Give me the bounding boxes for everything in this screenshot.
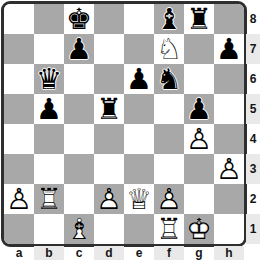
piece-black-knight[interactable]: ♞ bbox=[154, 64, 184, 94]
piece-white-pawn[interactable]: ♟♙ bbox=[214, 154, 244, 184]
square-c3[interactable] bbox=[64, 154, 94, 184]
square-a8[interactable] bbox=[4, 4, 34, 34]
black-pawn-icon: ♟ bbox=[64, 34, 94, 64]
square-h7[interactable]: ♟ bbox=[214, 34, 244, 64]
square-a1[interactable] bbox=[4, 214, 34, 244]
square-f2[interactable]: ♟♙ bbox=[154, 184, 184, 214]
square-h5[interactable] bbox=[214, 94, 244, 124]
piece-black-pawn[interactable]: ♟ bbox=[184, 94, 214, 124]
piece-white-queen[interactable]: ♛♕ bbox=[124, 184, 154, 214]
white-pawn-icon: ♙ bbox=[94, 184, 124, 214]
white-knight-icon: ♘ bbox=[154, 34, 184, 64]
square-b6[interactable]: ♛ bbox=[34, 64, 64, 94]
black-pawn-icon: ♟ bbox=[184, 94, 214, 124]
white-pawn-icon: ♙ bbox=[184, 124, 214, 154]
square-g2[interactable] bbox=[184, 184, 214, 214]
square-e3[interactable] bbox=[124, 154, 154, 184]
rank-label-4: 4 bbox=[246, 124, 260, 154]
square-g4[interactable]: ♟♙ bbox=[184, 124, 214, 154]
square-e7[interactable] bbox=[124, 34, 154, 64]
rank-labels: 87654321 bbox=[246, 4, 260, 244]
square-h6[interactable] bbox=[214, 64, 244, 94]
file-label-h: h bbox=[214, 246, 244, 260]
white-pawn-icon: ♙ bbox=[154, 184, 184, 214]
square-h4[interactable] bbox=[214, 124, 244, 154]
white-bishop-icon: ♗ bbox=[64, 214, 94, 244]
square-c8[interactable]: ♚ bbox=[64, 4, 94, 34]
file-label-g: g bbox=[184, 246, 214, 260]
file-label-d: d bbox=[94, 246, 124, 260]
black-king-icon: ♚ bbox=[64, 4, 94, 34]
square-h3[interactable]: ♟♙ bbox=[214, 154, 244, 184]
square-f4[interactable] bbox=[154, 124, 184, 154]
square-d1[interactable] bbox=[94, 214, 124, 244]
square-d2[interactable]: ♟♙ bbox=[94, 184, 124, 214]
square-f3[interactable] bbox=[154, 154, 184, 184]
piece-black-queen[interactable]: ♛ bbox=[34, 64, 64, 94]
rank-label-7: 7 bbox=[246, 34, 260, 64]
square-e4[interactable] bbox=[124, 124, 154, 154]
square-d8[interactable] bbox=[94, 4, 124, 34]
black-rook-icon: ♜ bbox=[94, 94, 124, 124]
piece-black-king[interactable]: ♚ bbox=[64, 4, 94, 34]
square-h2[interactable] bbox=[214, 184, 244, 214]
white-rook-icon: ♖ bbox=[34, 184, 64, 214]
black-rook-icon: ♜ bbox=[184, 4, 214, 34]
rank-label-3: 3 bbox=[246, 154, 260, 184]
chess-diagram: ♚♝♜♟♞♘♟♛♟♞♟♜♟♟♙♟♙♟♙♜♖♟♙♛♕♟♙♝♗♜♖♚♔ abcdef… bbox=[0, 0, 260, 260]
square-c2[interactable] bbox=[64, 184, 94, 214]
file-labels: abcdefgh bbox=[4, 246, 244, 260]
square-a4[interactable] bbox=[4, 124, 34, 154]
piece-black-bishop[interactable]: ♝ bbox=[154, 4, 184, 34]
file-label-c: c bbox=[64, 246, 94, 260]
square-g7[interactable] bbox=[184, 34, 214, 64]
piece-white-knight[interactable]: ♞♘ bbox=[154, 34, 184, 64]
square-f5[interactable] bbox=[154, 94, 184, 124]
square-e5[interactable] bbox=[124, 94, 154, 124]
square-f7[interactable]: ♞♘ bbox=[154, 34, 184, 64]
square-e1[interactable] bbox=[124, 214, 154, 244]
square-c4[interactable] bbox=[64, 124, 94, 154]
chess-board-frame: ♚♝♜♟♞♘♟♛♟♞♟♜♟♟♙♟♙♟♙♜♖♟♙♛♕♟♙♝♗♜♖♚♔ bbox=[1, 1, 247, 247]
black-queen-icon: ♛ bbox=[34, 64, 64, 94]
square-a6[interactable] bbox=[4, 64, 34, 94]
square-b8[interactable] bbox=[34, 4, 64, 34]
black-pawn-icon: ♟ bbox=[124, 64, 154, 94]
piece-white-bishop[interactable]: ♝♗ bbox=[64, 214, 94, 244]
piece-black-pawn[interactable]: ♟ bbox=[34, 94, 64, 124]
piece-black-rook[interactable]: ♜ bbox=[184, 4, 214, 34]
square-b7[interactable] bbox=[34, 34, 64, 64]
square-f1[interactable]: ♜♖ bbox=[154, 214, 184, 244]
file-label-e: e bbox=[124, 246, 154, 260]
square-e6[interactable]: ♟ bbox=[124, 64, 154, 94]
square-a5[interactable] bbox=[4, 94, 34, 124]
square-e8[interactable] bbox=[124, 4, 154, 34]
square-b5[interactable]: ♟ bbox=[34, 94, 64, 124]
file-label-a: a bbox=[4, 246, 34, 260]
square-d4[interactable] bbox=[94, 124, 124, 154]
square-a2[interactable]: ♟♙ bbox=[4, 184, 34, 214]
square-c7[interactable]: ♟ bbox=[64, 34, 94, 64]
square-f8[interactable]: ♝ bbox=[154, 4, 184, 34]
file-label-b: b bbox=[34, 246, 64, 260]
black-pawn-icon: ♟ bbox=[214, 34, 244, 64]
piece-white-pawn[interactable]: ♟♙ bbox=[184, 124, 214, 154]
piece-black-rook[interactable]: ♜ bbox=[94, 94, 124, 124]
piece-black-pawn[interactable]: ♟ bbox=[214, 34, 244, 64]
square-d6[interactable] bbox=[94, 64, 124, 94]
square-c5[interactable] bbox=[64, 94, 94, 124]
square-d5[interactable]: ♜ bbox=[94, 94, 124, 124]
rank-label-1: 1 bbox=[246, 214, 260, 244]
square-f6[interactable]: ♞ bbox=[154, 64, 184, 94]
square-g6[interactable] bbox=[184, 64, 214, 94]
square-a3[interactable] bbox=[4, 154, 34, 184]
rank-label-2: 2 bbox=[246, 184, 260, 214]
square-e2[interactable]: ♛♕ bbox=[124, 184, 154, 214]
file-label-f: f bbox=[154, 246, 184, 260]
square-b4[interactable] bbox=[34, 124, 64, 154]
white-queen-icon: ♕ bbox=[124, 184, 154, 214]
square-d3[interactable] bbox=[94, 154, 124, 184]
white-king-icon: ♔ bbox=[184, 214, 214, 244]
piece-white-pawn[interactable]: ♟♙ bbox=[4, 184, 34, 214]
piece-black-pawn[interactable]: ♟ bbox=[64, 34, 94, 64]
square-c6[interactable] bbox=[64, 64, 94, 94]
piece-white-pawn[interactable]: ♟♙ bbox=[94, 184, 124, 214]
piece-black-pawn[interactable]: ♟ bbox=[124, 64, 154, 94]
black-knight-icon: ♞ bbox=[154, 64, 184, 94]
square-g3[interactable] bbox=[184, 154, 214, 184]
white-rook-icon: ♖ bbox=[154, 214, 184, 244]
square-b2[interactable]: ♜♖ bbox=[34, 184, 64, 214]
square-b1[interactable] bbox=[34, 214, 64, 244]
piece-white-rook[interactable]: ♜♖ bbox=[34, 184, 64, 214]
square-g5[interactable]: ♟ bbox=[184, 94, 214, 124]
square-a7[interactable] bbox=[4, 34, 34, 64]
rank-label-5: 5 bbox=[246, 94, 260, 124]
black-bishop-icon: ♝ bbox=[154, 4, 184, 34]
piece-white-pawn[interactable]: ♟♙ bbox=[154, 184, 184, 214]
square-c1[interactable]: ♝♗ bbox=[64, 214, 94, 244]
chess-board: ♚♝♜♟♞♘♟♛♟♞♟♜♟♟♙♟♙♟♙♜♖♟♙♛♕♟♙♝♗♜♖♚♔ bbox=[4, 4, 244, 244]
square-d7[interactable] bbox=[94, 34, 124, 64]
square-h1[interactable] bbox=[214, 214, 244, 244]
square-b3[interactable] bbox=[34, 154, 64, 184]
rank-label-8: 8 bbox=[246, 4, 260, 34]
piece-white-king[interactable]: ♚♔ bbox=[184, 214, 214, 244]
piece-white-rook[interactable]: ♜♖ bbox=[154, 214, 184, 244]
square-h8[interactable] bbox=[214, 4, 244, 34]
square-g8[interactable]: ♜ bbox=[184, 4, 214, 34]
black-pawn-icon: ♟ bbox=[34, 94, 64, 124]
rank-label-6: 6 bbox=[246, 64, 260, 94]
white-pawn-icon: ♙ bbox=[214, 154, 244, 184]
square-g1[interactable]: ♚♔ bbox=[184, 214, 214, 244]
white-pawn-icon: ♙ bbox=[4, 184, 34, 214]
